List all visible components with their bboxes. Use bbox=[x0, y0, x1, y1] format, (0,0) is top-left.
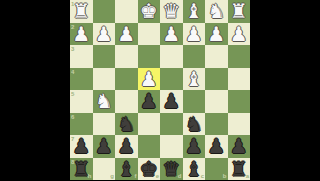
square-f8[interactable]: f♝ bbox=[115, 158, 138, 181]
square-a3[interactable] bbox=[228, 45, 251, 68]
piece-white-king[interactable]: ♚ bbox=[140, 0, 158, 23]
file-label-c: c bbox=[201, 173, 204, 179]
rank-label-4: 4 bbox=[71, 69, 74, 75]
square-e6[interactable] bbox=[138, 113, 161, 136]
square-f1[interactable] bbox=[115, 0, 138, 23]
square-e4[interactable]: ♟ bbox=[138, 68, 161, 91]
square-f5[interactable] bbox=[115, 90, 138, 113]
rank-label-5: 5 bbox=[71, 91, 74, 97]
square-h5[interactable]: 5 bbox=[70, 90, 93, 113]
square-h8[interactable]: 8h♜ bbox=[70, 158, 93, 181]
piece-white-pawn[interactable]: ♟ bbox=[185, 23, 203, 46]
square-b5[interactable] bbox=[205, 90, 228, 113]
rank-label-2: 2 bbox=[71, 24, 74, 30]
piece-black-knight[interactable]: ♞ bbox=[185, 113, 203, 136]
square-b1[interactable]: ♞ bbox=[205, 0, 228, 23]
square-d8[interactable]: d♛ bbox=[160, 158, 183, 181]
rank-label-1: 1 bbox=[71, 1, 74, 7]
square-e7[interactable] bbox=[138, 135, 161, 158]
square-e1[interactable]: ♚ bbox=[138, 0, 161, 23]
rank-label-6: 6 bbox=[71, 114, 74, 120]
file-label-h: h bbox=[88, 173, 92, 179]
square-h4[interactable]: 4 bbox=[70, 68, 93, 91]
square-d3[interactable] bbox=[160, 45, 183, 68]
square-d1[interactable]: ♛ bbox=[160, 0, 183, 23]
piece-white-rook[interactable]: ♜ bbox=[230, 0, 248, 23]
square-d5[interactable]: ♟ bbox=[160, 90, 183, 113]
square-a2[interactable]: ♟ bbox=[228, 23, 251, 46]
square-f6[interactable]: ♞ bbox=[115, 113, 138, 136]
square-g7[interactable]: ♟ bbox=[93, 135, 116, 158]
square-a5[interactable] bbox=[228, 90, 251, 113]
square-c5[interactable] bbox=[183, 90, 206, 113]
square-a7[interactable]: ♟ bbox=[228, 135, 251, 158]
square-a8[interactable]: a♜ bbox=[228, 158, 251, 181]
square-c1[interactable]: ♝ bbox=[183, 0, 206, 23]
piece-white-knight[interactable]: ♞ bbox=[95, 90, 113, 113]
piece-white-pawn[interactable]: ♟ bbox=[230, 23, 248, 46]
square-g6[interactable] bbox=[93, 113, 116, 136]
square-g8[interactable]: g bbox=[93, 158, 116, 181]
square-b7[interactable]: ♟ bbox=[205, 135, 228, 158]
rank-label-8: 8 bbox=[71, 159, 74, 165]
letterbox-right bbox=[250, 0, 320, 180]
piece-white-queen[interactable]: ♛ bbox=[162, 0, 180, 23]
square-e8[interactable]: e♚ bbox=[138, 158, 161, 181]
video-frame: 1♜♚♛♝♞♜2♟♟♟♟♟♟♟34♟♝5♞♟♟6♞♞7♟♟♟♟♟♟8h♜gf♝e… bbox=[0, 0, 320, 180]
file-label-g: g bbox=[110, 173, 114, 179]
square-c6[interactable]: ♞ bbox=[183, 113, 206, 136]
piece-white-pawn[interactable]: ♟ bbox=[117, 23, 135, 46]
letterbox-left bbox=[0, 0, 70, 180]
file-label-b: b bbox=[223, 173, 227, 179]
square-h2[interactable]: 2♟ bbox=[70, 23, 93, 46]
square-f4[interactable] bbox=[115, 68, 138, 91]
piece-black-pawn[interactable]: ♟ bbox=[72, 135, 90, 158]
piece-black-knight[interactable]: ♞ bbox=[117, 113, 135, 136]
square-h3[interactable]: 3 bbox=[70, 45, 93, 68]
square-c4[interactable]: ♝ bbox=[183, 68, 206, 91]
square-b6[interactable] bbox=[205, 113, 228, 136]
square-b8[interactable]: b bbox=[205, 158, 228, 181]
square-d2[interactable]: ♟ bbox=[160, 23, 183, 46]
square-f3[interactable] bbox=[115, 45, 138, 68]
piece-white-rook[interactable]: ♜ bbox=[72, 0, 90, 23]
square-c3[interactable] bbox=[183, 45, 206, 68]
piece-black-pawn[interactable]: ♟ bbox=[162, 90, 180, 113]
square-f2[interactable]: ♟ bbox=[115, 23, 138, 46]
piece-white-knight[interactable]: ♞ bbox=[207, 0, 225, 23]
piece-black-bishop[interactable]: ♝ bbox=[117, 158, 135, 181]
square-d7[interactable] bbox=[160, 135, 183, 158]
chess-board: 1♜♚♛♝♞♜2♟♟♟♟♟♟♟34♟♝5♞♟♟6♞♞7♟♟♟♟♟♟8h♜gf♝e… bbox=[70, 0, 250, 180]
square-c8[interactable]: c♝ bbox=[183, 158, 206, 181]
piece-white-pawn[interactable]: ♟ bbox=[95, 23, 113, 46]
piece-white-pawn[interactable]: ♟ bbox=[162, 23, 180, 46]
square-g4[interactable] bbox=[93, 68, 116, 91]
piece-white-pawn[interactable]: ♟ bbox=[72, 23, 90, 46]
piece-white-pawn[interactable]: ♟ bbox=[207, 23, 225, 46]
piece-white-bishop[interactable]: ♝ bbox=[185, 68, 203, 91]
square-g1[interactable] bbox=[93, 0, 116, 23]
file-label-a: a bbox=[246, 173, 249, 179]
piece-black-pawn[interactable]: ♟ bbox=[185, 135, 203, 158]
square-e3[interactable] bbox=[138, 45, 161, 68]
file-label-f: f bbox=[135, 173, 137, 179]
rank-label-3: 3 bbox=[71, 46, 74, 52]
square-b4[interactable] bbox=[205, 68, 228, 91]
square-a1[interactable]: ♜ bbox=[228, 0, 251, 23]
square-a4[interactable] bbox=[228, 68, 251, 91]
square-b3[interactable] bbox=[205, 45, 228, 68]
square-a6[interactable] bbox=[228, 113, 251, 136]
square-e5[interactable]: ♟ bbox=[138, 90, 161, 113]
piece-white-bishop[interactable]: ♝ bbox=[185, 0, 203, 23]
piece-black-pawn[interactable]: ♟ bbox=[230, 135, 248, 158]
file-label-e: e bbox=[156, 173, 159, 179]
square-h1[interactable]: 1♜ bbox=[70, 0, 93, 23]
square-e2[interactable] bbox=[138, 23, 161, 46]
square-h6[interactable]: 6 bbox=[70, 113, 93, 136]
file-label-d: d bbox=[178, 173, 182, 179]
square-g3[interactable] bbox=[93, 45, 116, 68]
square-b2[interactable]: ♟ bbox=[205, 23, 228, 46]
piece-black-pawn[interactable]: ♟ bbox=[95, 135, 113, 158]
square-g5[interactable]: ♞ bbox=[93, 90, 116, 113]
square-c7[interactable]: ♟ bbox=[183, 135, 206, 158]
rank-label-7: 7 bbox=[71, 136, 74, 142]
piece-black-pawn[interactable]: ♟ bbox=[140, 90, 158, 113]
square-h7[interactable]: 7♟ bbox=[70, 135, 93, 158]
piece-black-pawn[interactable]: ♟ bbox=[207, 135, 225, 158]
piece-black-pawn[interactable]: ♟ bbox=[117, 135, 135, 158]
square-f7[interactable]: ♟ bbox=[115, 135, 138, 158]
square-g2[interactable]: ♟ bbox=[93, 23, 116, 46]
square-d6[interactable] bbox=[160, 113, 183, 136]
square-c2[interactable]: ♟ bbox=[183, 23, 206, 46]
piece-white-pawn[interactable]: ♟ bbox=[140, 68, 158, 91]
square-d4[interactable] bbox=[160, 68, 183, 91]
